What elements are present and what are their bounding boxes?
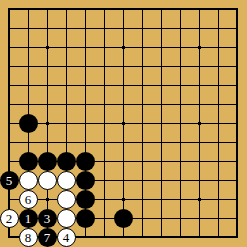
go-board-diagram: 56213874 xyxy=(0,0,247,247)
move-number: 1 xyxy=(25,212,32,225)
stone-black-move-5: 5 xyxy=(0,171,19,190)
stones-layer: 56213874 xyxy=(0,0,247,247)
stone-black xyxy=(19,114,38,133)
stone-black xyxy=(76,190,95,209)
stone-white xyxy=(57,190,76,209)
move-number: 3 xyxy=(44,212,51,225)
stone-white-move-2: 2 xyxy=(0,209,19,228)
stone-black xyxy=(38,152,57,171)
stone-black-move-3: 3 xyxy=(38,209,57,228)
move-number: 2 xyxy=(6,212,13,225)
stone-white-move-8: 8 xyxy=(19,228,38,247)
stone-black xyxy=(76,209,95,228)
move-number: 5 xyxy=(6,174,13,187)
stone-white xyxy=(38,171,57,190)
stone-white xyxy=(19,171,38,190)
stone-white xyxy=(57,209,76,228)
stone-black xyxy=(76,171,95,190)
move-number: 7 xyxy=(44,231,51,244)
stone-black-move-1: 1 xyxy=(19,209,38,228)
stone-black xyxy=(57,152,76,171)
stone-white-move-6: 6 xyxy=(19,190,38,209)
move-number: 6 xyxy=(25,193,32,206)
stone-white xyxy=(57,171,76,190)
move-number: 4 xyxy=(63,231,70,244)
stone-black xyxy=(76,152,95,171)
move-number: 8 xyxy=(25,231,32,244)
stone-black xyxy=(114,209,133,228)
stone-black-move-7: 7 xyxy=(38,228,57,247)
stone-white-move-4: 4 xyxy=(57,228,76,247)
stone-black xyxy=(19,152,38,171)
